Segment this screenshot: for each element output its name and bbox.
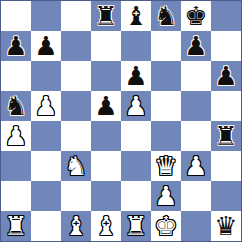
square-f8[interactable]: ♞ — [151, 1, 181, 31]
square-g7[interactable]: ♟ — [181, 31, 211, 61]
white-pawn[interactable]: ♟ — [1, 121, 31, 151]
square-e8[interactable]: ♝ — [121, 1, 151, 31]
white-pawn[interactable]: ♟ — [121, 91, 151, 121]
square-f3[interactable]: ♛ — [151, 151, 181, 181]
square-g5[interactable] — [181, 91, 211, 121]
square-d2[interactable] — [91, 181, 121, 211]
black-pawn[interactable]: ♟ — [31, 31, 61, 61]
square-c6[interactable] — [61, 61, 91, 91]
square-b5[interactable]: ♟ — [31, 91, 61, 121]
black-pawn[interactable]: ♟ — [181, 31, 211, 61]
square-e3[interactable] — [121, 151, 151, 181]
square-d7[interactable] — [91, 31, 121, 61]
black-pawn[interactable]: ♟ — [1, 31, 31, 61]
square-b6[interactable] — [31, 61, 61, 91]
black-king[interactable]: ♚ — [181, 1, 211, 31]
black-pawn[interactable]: ♟ — [121, 61, 151, 91]
square-b7[interactable]: ♟ — [31, 31, 61, 61]
white-queen[interactable]: ♛ — [151, 151, 181, 181]
black-pawn[interactable]: ♟ — [91, 91, 121, 121]
black-knight[interactable]: ♞ — [151, 1, 181, 31]
square-g2[interactable] — [181, 181, 211, 211]
square-c3[interactable]: ♞ — [61, 151, 91, 181]
square-h6[interactable]: ♟ — [211, 61, 241, 91]
square-h3[interactable] — [211, 151, 241, 181]
square-c5[interactable] — [61, 91, 91, 121]
white-rook[interactable]: ♜ — [121, 211, 151, 241]
square-g8[interactable]: ♚ — [181, 1, 211, 31]
square-e6[interactable]: ♟ — [121, 61, 151, 91]
square-e1[interactable]: ♜ — [121, 211, 151, 241]
square-c2[interactable] — [61, 181, 91, 211]
square-g3[interactable]: ♟ — [181, 151, 211, 181]
black-knight[interactable]: ♞ — [1, 91, 31, 121]
square-a5[interactable]: ♞ — [1, 91, 31, 121]
square-a8[interactable] — [1, 1, 31, 31]
black-queen[interactable]: ♛ — [211, 211, 241, 241]
square-b3[interactable] — [31, 151, 61, 181]
black-rook[interactable]: ♜ — [91, 1, 121, 31]
square-f6[interactable] — [151, 61, 181, 91]
square-d4[interactable] — [91, 121, 121, 151]
white-bishop[interactable]: ♝ — [61, 211, 91, 241]
square-b1[interactable] — [31, 211, 61, 241]
square-a6[interactable] — [1, 61, 31, 91]
square-a4[interactable]: ♟ — [1, 121, 31, 151]
square-a7[interactable]: ♟ — [1, 31, 31, 61]
square-c1[interactable]: ♝ — [61, 211, 91, 241]
square-b4[interactable] — [31, 121, 61, 151]
square-f1[interactable]: ♚ — [151, 211, 181, 241]
white-pawn[interactable]: ♟ — [31, 91, 61, 121]
square-h1[interactable]: ♛ — [211, 211, 241, 241]
square-c7[interactable] — [61, 31, 91, 61]
white-rook[interactable]: ♜ — [1, 211, 31, 241]
square-c4[interactable] — [61, 121, 91, 151]
square-b8[interactable] — [31, 1, 61, 31]
black-rook[interactable]: ♜ — [211, 121, 241, 151]
square-e2[interactable] — [121, 181, 151, 211]
square-d1[interactable]: ♝ — [91, 211, 121, 241]
square-d5[interactable]: ♟ — [91, 91, 121, 121]
white-pawn[interactable]: ♟ — [151, 181, 181, 211]
square-d6[interactable] — [91, 61, 121, 91]
white-bishop[interactable]: ♝ — [91, 211, 121, 241]
black-bishop[interactable]: ♝ — [121, 1, 151, 31]
white-king[interactable]: ♚ — [151, 211, 181, 241]
square-h7[interactable] — [211, 31, 241, 61]
square-g1[interactable] — [181, 211, 211, 241]
square-h2[interactable] — [211, 181, 241, 211]
square-b2[interactable] — [31, 181, 61, 211]
square-f2[interactable]: ♟ — [151, 181, 181, 211]
square-d8[interactable]: ♜ — [91, 1, 121, 31]
square-d3[interactable] — [91, 151, 121, 181]
square-f4[interactable] — [151, 121, 181, 151]
square-g4[interactable] — [181, 121, 211, 151]
square-h4[interactable]: ♜ — [211, 121, 241, 151]
square-h5[interactable] — [211, 91, 241, 121]
white-knight[interactable]: ♞ — [61, 151, 91, 181]
square-f5[interactable] — [151, 91, 181, 121]
square-e7[interactable] — [121, 31, 151, 61]
square-a1[interactable]: ♜ — [1, 211, 31, 241]
square-e4[interactable] — [121, 121, 151, 151]
white-pawn[interactable]: ♟ — [181, 151, 211, 181]
square-e5[interactable]: ♟ — [121, 91, 151, 121]
chess-board: ♜♝♞♚♟♟♟♟♟♞♟♟♟♟♜♞♛♟♟♜♝♝♜♚♛ — [0, 0, 242, 242]
square-h8[interactable] — [211, 1, 241, 31]
square-a3[interactable] — [1, 151, 31, 181]
square-c8[interactable] — [61, 1, 91, 31]
square-f7[interactable] — [151, 31, 181, 61]
black-pawn[interactable]: ♟ — [211, 61, 241, 91]
square-a2[interactable] — [1, 181, 31, 211]
square-g6[interactable] — [181, 61, 211, 91]
